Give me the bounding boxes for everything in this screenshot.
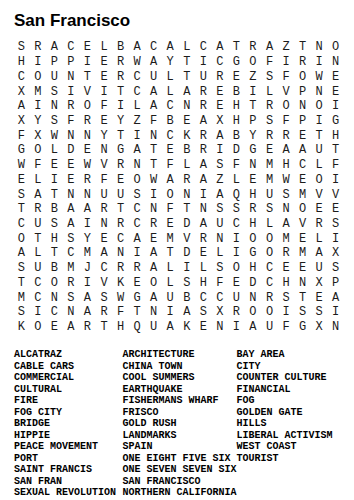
grid-cell[interactable]: A (63, 217, 80, 232)
grid-cell[interactable]: T (30, 231, 47, 246)
grid-cell[interactable]: E (228, 69, 245, 84)
grid-cell[interactable]: N (145, 128, 162, 143)
grid-cell[interactable]: N (245, 158, 262, 173)
grid-cell[interactable]: B (178, 290, 195, 305)
grid-cell[interactable]: T (112, 202, 129, 217)
grid-cell[interactable]: C (145, 40, 162, 55)
grid-cell[interactable]: H (245, 187, 262, 202)
grid-cell[interactable]: V (96, 276, 113, 291)
grid-cell[interactable]: R (278, 128, 295, 143)
grid-cell[interactable]: R (195, 231, 212, 246)
grid-cell[interactable]: O (245, 305, 262, 320)
grid-cell[interactable]: A (63, 320, 80, 335)
grid-cell[interactable]: A (278, 217, 295, 232)
grid-cell[interactable]: U (261, 320, 278, 335)
grid-cell[interactable]: H (195, 276, 212, 291)
grid-cell[interactable]: T (112, 84, 129, 99)
grid-cell[interactable]: X (212, 305, 229, 320)
grid-cell[interactable]: R (96, 305, 113, 320)
grid-cell[interactable]: I (30, 305, 47, 320)
grid-cell[interactable]: C (261, 276, 278, 291)
grid-cell[interactable]: E (145, 231, 162, 246)
grid-cell[interactable]: T (145, 158, 162, 173)
grid-cell[interactable]: O (30, 69, 47, 84)
grid-cell[interactable]: S (311, 305, 328, 320)
grid-cell[interactable]: X (327, 246, 344, 261)
grid-cell[interactable]: L (228, 172, 245, 187)
grid-cell[interactable]: Q (129, 320, 146, 335)
grid-cell[interactable]: S (178, 276, 195, 291)
grid-cell[interactable]: G (129, 290, 146, 305)
grid-cell[interactable]: C (46, 305, 63, 320)
grid-cell[interactable]: U (96, 187, 113, 202)
grid-cell[interactable]: M (79, 246, 96, 261)
grid-cell[interactable]: W (145, 172, 162, 187)
grid-cell[interactable]: C (228, 217, 245, 232)
grid-cell[interactable]: X (13, 84, 30, 99)
grid-cell[interactable]: I (162, 305, 179, 320)
grid-cell[interactable]: E (311, 202, 328, 217)
grid-cell[interactable]: D (245, 276, 262, 291)
grid-cell[interactable]: U (195, 69, 212, 84)
grid-cell[interactable]: R (178, 172, 195, 187)
grid-cell[interactable]: U (228, 290, 245, 305)
grid-cell[interactable]: E (294, 172, 311, 187)
grid-cell[interactable]: T (129, 305, 146, 320)
grid-cell[interactable]: N (311, 40, 328, 55)
grid-cell[interactable]: S (13, 305, 30, 320)
grid-cell[interactable]: F (112, 305, 129, 320)
grid-cell[interactable]: S (278, 290, 295, 305)
grid-cell[interactable]: F (327, 158, 344, 173)
grid-cell[interactable]: Z (129, 114, 146, 129)
grid-cell[interactable]: O (46, 276, 63, 291)
grid-cell[interactable]: C (162, 128, 179, 143)
grid-cell[interactable]: T (96, 320, 113, 335)
grid-cell[interactable]: I (30, 99, 47, 114)
grid-cell[interactable]: A (79, 202, 96, 217)
grid-cell[interactable]: C (112, 231, 129, 246)
grid-cell[interactable]: R (129, 261, 146, 276)
grid-cell[interactable]: A (195, 172, 212, 187)
grid-cell[interactable]: K (13, 320, 30, 335)
grid-cell[interactable]: E (294, 128, 311, 143)
grid-cell[interactable]: I (96, 84, 113, 99)
grid-cell[interactable]: U (261, 187, 278, 202)
grid-cell[interactable]: S (212, 261, 229, 276)
grid-cell[interactable]: T (178, 55, 195, 70)
grid-cell[interactable]: F (261, 55, 278, 70)
grid-cell[interactable]: Z (278, 40, 295, 55)
grid-cell[interactable]: R (195, 84, 212, 99)
grid-cell[interactable]: C (129, 217, 146, 232)
grid-cell[interactable]: N (294, 276, 311, 291)
grid-cell[interactable]: W (46, 128, 63, 143)
grid-cell[interactable]: T (311, 128, 328, 143)
grid-cell[interactable]: U (311, 143, 328, 158)
grid-cell[interactable]: T (162, 246, 179, 261)
grid-cell[interactable]: W (311, 69, 328, 84)
grid-cell[interactable]: A (145, 84, 162, 99)
grid-cell[interactable]: U (212, 217, 229, 232)
grid-cell[interactable]: C (30, 276, 47, 291)
grid-cell[interactable]: I (178, 261, 195, 276)
grid-cell[interactable]: O (79, 99, 96, 114)
grid-cell[interactable]: H (278, 276, 295, 291)
grid-cell[interactable]: M (294, 246, 311, 261)
grid-cell[interactable]: O (245, 55, 262, 70)
grid-cell[interactable]: A (311, 246, 328, 261)
grid-cell[interactable]: A (96, 246, 113, 261)
grid-cell[interactable]: L (162, 276, 179, 291)
grid-cell[interactable]: F (30, 158, 47, 173)
grid-cell[interactable]: I (228, 320, 245, 335)
grid-cell[interactable]: A (13, 246, 30, 261)
grid-cell[interactable]: U (145, 69, 162, 84)
grid-cell[interactable]: V (178, 231, 195, 246)
grid-cell[interactable]: M (261, 158, 278, 173)
grid-cell[interactable]: K (178, 128, 195, 143)
grid-cell[interactable]: I (79, 276, 96, 291)
grid-cell[interactable]: N (63, 305, 80, 320)
grid-cell[interactable]: A (129, 143, 146, 158)
grid-cell[interactable]: L (311, 231, 328, 246)
grid-cell[interactable]: X (311, 276, 328, 291)
grid-cell[interactable]: A (195, 217, 212, 232)
grid-cell[interactable]: M (261, 172, 278, 187)
grid-cell[interactable]: L (178, 40, 195, 55)
grid-cell[interactable]: M (13, 290, 30, 305)
grid-cell[interactable]: K (112, 276, 129, 291)
grid-cell[interactable]: V (79, 84, 96, 99)
grid-cell[interactable]: O (30, 320, 47, 335)
grid-cell[interactable]: R (145, 217, 162, 232)
grid-cell[interactable]: E (294, 261, 311, 276)
grid-cell[interactable]: U (162, 290, 179, 305)
grid-cell[interactable]: L (178, 158, 195, 173)
grid-cell[interactable]: O (162, 187, 179, 202)
grid-cell[interactable]: T (13, 202, 30, 217)
grid-cell[interactable]: N (63, 69, 80, 84)
grid-cell[interactable]: R (30, 202, 47, 217)
grid-cell[interactable]: T (46, 246, 63, 261)
grid-cell[interactable]: C (294, 158, 311, 173)
grid-cell[interactable]: T (178, 69, 195, 84)
grid-cell[interactable]: R (278, 246, 295, 261)
grid-cell[interactable]: C (96, 261, 113, 276)
grid-cell[interactable]: S (212, 158, 229, 173)
grid-cell[interactable]: R (112, 261, 129, 276)
grid-cell[interactable]: Y (245, 128, 262, 143)
grid-cell[interactable]: E (212, 84, 229, 99)
grid-cell[interactable]: I (129, 128, 146, 143)
grid-cell[interactable]: N (212, 320, 229, 335)
grid-cell[interactable]: A (79, 305, 96, 320)
grid-cell[interactable]: R (195, 128, 212, 143)
grid-cell[interactable]: S (261, 114, 278, 129)
grid-cell[interactable]: E (195, 320, 212, 335)
grid-cell[interactable]: R (212, 69, 229, 84)
grid-cell[interactable]: O (30, 143, 47, 158)
grid-cell[interactable]: R (79, 114, 96, 129)
grid-cell[interactable]: D (178, 246, 195, 261)
grid-cell[interactable]: L (311, 158, 328, 173)
grid-cell[interactable]: R (195, 99, 212, 114)
grid-cell[interactable]: H (228, 114, 245, 129)
grid-cell[interactable]: L (129, 99, 146, 114)
grid-cell[interactable]: O (261, 246, 278, 261)
grid-cell[interactable]: I (79, 55, 96, 70)
grid-cell[interactable]: E (327, 69, 344, 84)
grid-cell[interactable]: S (63, 231, 80, 246)
grid-cell[interactable]: S (129, 187, 146, 202)
grid-cell[interactable]: A (30, 187, 47, 202)
grid-cell[interactable]: N (212, 231, 229, 246)
grid-cell[interactable]: R (112, 217, 129, 232)
grid-cell[interactable]: E (311, 290, 328, 305)
grid-cell[interactable]: A (212, 40, 229, 55)
grid-cell[interactable]: Z (245, 69, 262, 84)
grid-cell[interactable]: N (63, 128, 80, 143)
grid-cell[interactable]: A (178, 305, 195, 320)
grid-cell[interactable]: T (112, 128, 129, 143)
grid-cell[interactable]: E (79, 40, 96, 55)
grid-cell[interactable]: A (46, 40, 63, 55)
grid-cell[interactable]: I (327, 99, 344, 114)
grid-cell[interactable]: E (195, 246, 212, 261)
grid-cell[interactable]: E (79, 143, 96, 158)
grid-cell[interactable]: X (212, 114, 229, 129)
grid-cell[interactable]: E (212, 99, 229, 114)
grid-cell[interactable]: O (311, 172, 328, 187)
grid-cell[interactable]: E (228, 276, 245, 291)
grid-cell[interactable]: R (79, 320, 96, 335)
grid-cell[interactable]: E (129, 276, 146, 291)
grid-cell[interactable]: K (178, 320, 195, 335)
grid-cell[interactable]: O (294, 202, 311, 217)
grid-cell[interactable]: N (327, 55, 344, 70)
grid-cell[interactable]: A (212, 128, 229, 143)
grid-cell[interactable]: G (245, 143, 262, 158)
grid-cell[interactable]: U (145, 320, 162, 335)
grid-cell[interactable]: N (311, 84, 328, 99)
grid-cell[interactable]: J (79, 261, 96, 276)
grid-cell[interactable]: R (294, 55, 311, 70)
grid-cell[interactable]: B (228, 128, 245, 143)
grid-cell[interactable]: T (294, 290, 311, 305)
grid-cell[interactable]: F (162, 158, 179, 173)
grid-cell[interactable]: S (46, 114, 63, 129)
grid-cell[interactable]: N (195, 202, 212, 217)
grid-cell[interactable]: H (228, 99, 245, 114)
grid-cell[interactable]: E (46, 320, 63, 335)
grid-cell[interactable]: B (46, 202, 63, 217)
grid-cell[interactable]: A (162, 172, 179, 187)
grid-cell[interactable]: T (145, 143, 162, 158)
grid-cell[interactable]: F (212, 276, 229, 291)
grid-cell[interactable]: I (112, 99, 129, 114)
grid-cell[interactable]: U (30, 217, 47, 232)
grid-cell[interactable]: V (96, 158, 113, 173)
grid-cell[interactable]: I (195, 55, 212, 70)
grid-cell[interactable]: F (96, 172, 113, 187)
grid-cell[interactable]: E (13, 172, 30, 187)
grid-cell[interactable]: A (195, 158, 212, 173)
grid-cell[interactable]: S (212, 202, 229, 217)
grid-cell[interactable]: C (129, 69, 146, 84)
grid-cell[interactable]: O (327, 40, 344, 55)
grid-cell[interactable]: R (63, 276, 80, 291)
grid-cell[interactable]: O (129, 172, 146, 187)
grid-cell[interactable]: B (112, 40, 129, 55)
grid-cell[interactable]: N (79, 128, 96, 143)
grid-cell[interactable]: I (212, 143, 229, 158)
grid-cell[interactable]: H (245, 261, 262, 276)
grid-cell[interactable]: E (96, 55, 113, 70)
grid-cell[interactable]: A (63, 202, 80, 217)
grid-cell[interactable]: F (145, 114, 162, 129)
grid-cell[interactable]: I (30, 55, 47, 70)
grid-cell[interactable]: I (63, 84, 80, 99)
grid-cell[interactable]: N (79, 187, 96, 202)
grid-cell[interactable]: S (13, 187, 30, 202)
grid-cell[interactable]: L (162, 84, 179, 99)
grid-cell[interactable]: W (13, 158, 30, 173)
grid-cell[interactable]: P (63, 55, 80, 70)
grid-cell[interactable]: X (311, 320, 328, 335)
grid-cell[interactable]: D (228, 143, 245, 158)
grid-cell[interactable]: A (278, 143, 295, 158)
grid-cell[interactable]: O (228, 261, 245, 276)
grid-cell[interactable]: C (195, 290, 212, 305)
grid-cell[interactable]: F (13, 128, 30, 143)
grid-cell[interactable]: A (178, 84, 195, 99)
grid-cell[interactable]: F (278, 320, 295, 335)
grid-cell[interactable]: H (278, 158, 295, 173)
grid-cell[interactable]: L (30, 172, 47, 187)
grid-cell[interactable]: R (195, 143, 212, 158)
grid-cell[interactable]: R (245, 40, 262, 55)
grid-cell[interactable]: Y (112, 114, 129, 129)
grid-cell[interactable]: L (96, 40, 113, 55)
grid-cell[interactable]: N (46, 99, 63, 114)
grid-cell[interactable]: H (112, 320, 129, 335)
grid-cell[interactable]: E (327, 202, 344, 217)
grid-cell[interactable]: C (129, 202, 146, 217)
grid-cell[interactable]: R (245, 202, 262, 217)
grid-cell[interactable]: U (30, 261, 47, 276)
grid-cell[interactable]: R (261, 99, 278, 114)
grid-cell[interactable]: T (178, 202, 195, 217)
grid-cell[interactable]: N (96, 217, 113, 232)
grid-cell[interactable]: F (96, 99, 113, 114)
grid-cell[interactable]: N (294, 99, 311, 114)
grid-cell[interactable]: C (195, 40, 212, 55)
grid-cell[interactable]: S (13, 261, 30, 276)
grid-cell[interactable]: R (96, 202, 113, 217)
grid-cell[interactable]: R (261, 290, 278, 305)
grid-cell[interactable]: G (327, 114, 344, 129)
grid-cell[interactable]: E (46, 158, 63, 173)
grid-cell[interactable]: S (261, 202, 278, 217)
grid-cell[interactable]: S (228, 202, 245, 217)
grid-cell[interactable]: P (46, 55, 63, 70)
grid-cell[interactable]: I (46, 172, 63, 187)
grid-cell[interactable]: I (311, 114, 328, 129)
grid-cell[interactable]: A (129, 40, 146, 55)
grid-cell[interactable]: V (311, 187, 328, 202)
grid-cell[interactable]: F (278, 69, 295, 84)
grid-cell[interactable]: U (311, 261, 328, 276)
grid-cell[interactable]: S (63, 290, 80, 305)
grid-cell[interactable]: H (245, 217, 262, 232)
grid-cell[interactable]: I (245, 84, 262, 99)
grid-cell[interactable]: V (327, 187, 344, 202)
grid-cell[interactable]: G (112, 143, 129, 158)
grid-cell[interactable]: T (46, 187, 63, 202)
grid-cell[interactable]: S (294, 305, 311, 320)
grid-cell[interactable]: O (311, 99, 328, 114)
grid-cell[interactable]: E (178, 114, 195, 129)
grid-cell[interactable]: L (212, 246, 229, 261)
grid-cell[interactable]: G (228, 55, 245, 70)
grid-cell[interactable]: A (261, 40, 278, 55)
grid-cell[interactable]: A (327, 290, 344, 305)
grid-cell[interactable]: S (278, 187, 295, 202)
grid-cell[interactable]: S (13, 40, 30, 55)
grid-cell[interactable]: H (46, 231, 63, 246)
grid-cell[interactable]: R (112, 55, 129, 70)
grid-cell[interactable]: C (212, 290, 229, 305)
grid-cell[interactable]: Y (162, 55, 179, 70)
grid-cell[interactable]: S (261, 69, 278, 84)
grid-cell[interactable]: A (195, 114, 212, 129)
grid-cell[interactable]: N (327, 320, 344, 335)
grid-cell[interactable]: S (327, 261, 344, 276)
grid-cell[interactable]: L (162, 69, 179, 84)
grid-cell[interactable]: B (228, 84, 245, 99)
grid-cell[interactable]: L (162, 261, 179, 276)
grid-cell[interactable]: Q (228, 187, 245, 202)
grid-cell[interactable]: C (129, 84, 146, 99)
grid-cell[interactable]: A (145, 55, 162, 70)
grid-cell[interactable]: F (162, 202, 179, 217)
grid-cell[interactable]: I (129, 246, 146, 261)
grid-cell[interactable]: M (294, 187, 311, 202)
grid-cell[interactable]: A (145, 290, 162, 305)
grid-cell[interactable]: R (79, 172, 96, 187)
grid-cell[interactable]: M (162, 231, 179, 246)
grid-cell[interactable]: W (278, 172, 295, 187)
grid-cell[interactable]: E (327, 84, 344, 99)
grid-cell[interactable]: R (30, 40, 47, 55)
grid-cell[interactable]: G (245, 246, 262, 261)
grid-cell[interactable]: A (294, 143, 311, 158)
grid-cell[interactable]: A (145, 261, 162, 276)
grid-cell[interactable]: L (30, 246, 47, 261)
grid-cell[interactable]: N (145, 202, 162, 217)
grid-cell[interactable]: S (195, 305, 212, 320)
grid-cell[interactable]: S (96, 290, 113, 305)
grid-cell[interactable]: V (294, 217, 311, 232)
grid-cell[interactable]: E (96, 231, 113, 246)
grid-cell[interactable]: A (145, 99, 162, 114)
grid-cell[interactable]: V (278, 84, 295, 99)
grid-cell[interactable]: E (96, 69, 113, 84)
grid-cell[interactable]: I (327, 172, 344, 187)
grid-cell[interactable]: E (63, 158, 80, 173)
grid-cell[interactable]: I (228, 231, 245, 246)
